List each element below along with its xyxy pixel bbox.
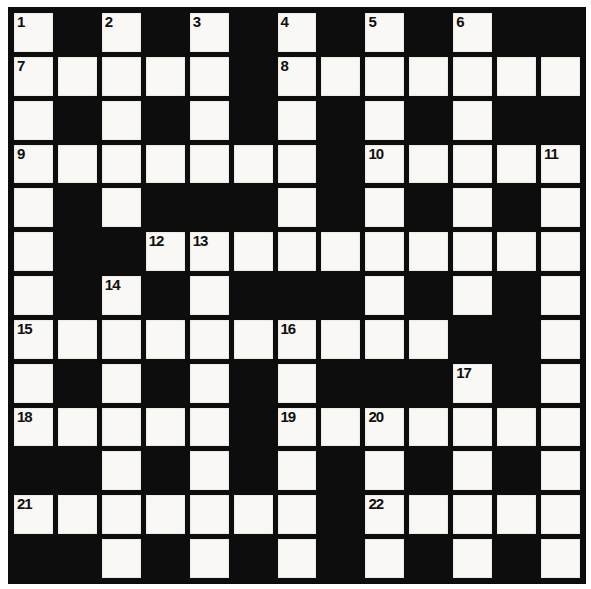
cell-r4c4-white[interactable]	[146, 145, 185, 184]
cell-r3c11-white[interactable]	[453, 101, 492, 140]
cell-r13c10-black	[409, 539, 448, 578]
cell-r8c6-white[interactable]	[234, 320, 273, 359]
cell-r4c6-white[interactable]	[234, 145, 273, 184]
clue-number-6: 6	[456, 13, 463, 31]
cell-r3c4-black	[146, 101, 185, 140]
cell-r10c3-white[interactable]	[102, 408, 141, 447]
cell-r6c4-white[interactable]: 12	[146, 232, 185, 271]
clue-number-9: 9	[17, 145, 24, 163]
cell-r5c12-black	[497, 188, 536, 227]
cell-r2c10-white[interactable]	[409, 57, 448, 96]
cell-r4c5-white[interactable]	[190, 145, 229, 184]
cell-r12c7-white[interactable]	[278, 495, 317, 534]
clue-number-8: 8	[281, 57, 288, 75]
cell-r7c3-white[interactable]: 14	[102, 276, 141, 315]
cell-r8c10-white[interactable]	[409, 320, 448, 359]
cell-r7c2-black	[58, 276, 97, 315]
cell-r3c3-white[interactable]	[102, 101, 141, 140]
cell-r11c7-white[interactable]	[278, 451, 317, 490]
crossword-scan: 12345678910111213141516171819202122	[0, 0, 591, 589]
cell-r5c2-black	[58, 188, 97, 227]
clue-number-21: 21	[17, 495, 32, 513]
cell-r6c10-white[interactable]	[409, 232, 448, 271]
cell-r8c8-white[interactable]	[321, 320, 360, 359]
cell-r9c12-black	[497, 364, 536, 403]
cell-r1c11-white[interactable]: 6	[453, 13, 492, 52]
clue-number-18: 18	[17, 408, 32, 426]
cell-r10c4-white[interactable]	[146, 408, 185, 447]
cell-r4c13-white[interactable]: 11	[541, 145, 580, 184]
cell-r13c9-white[interactable]	[365, 539, 404, 578]
cell-r1c10-black	[409, 13, 448, 52]
cell-r2c6-black	[234, 57, 273, 96]
cell-r12c9-white[interactable]: 22	[365, 495, 404, 534]
cell-r11c5-white[interactable]	[190, 451, 229, 490]
cell-r7c4-black	[146, 276, 185, 315]
cell-r9c3-white[interactable]	[102, 364, 141, 403]
cell-r12c2-white[interactable]	[58, 495, 97, 534]
cell-r4c1-white[interactable]: 9	[14, 145, 53, 184]
cell-r9c6-black	[234, 364, 273, 403]
cell-r11c11-white[interactable]	[453, 451, 492, 490]
cell-r2c13-white[interactable]	[541, 57, 580, 96]
cell-r12c6-white[interactable]	[234, 495, 273, 534]
cell-r4c2-white[interactable]	[58, 145, 97, 184]
cell-r8c2-white[interactable]	[58, 320, 97, 359]
cell-r12c12-white[interactable]	[497, 495, 536, 534]
cell-r6c11-white[interactable]	[453, 232, 492, 271]
cell-r2c8-white[interactable]	[321, 57, 360, 96]
cell-r3c2-black	[58, 101, 97, 140]
cell-r9c4-black	[146, 364, 185, 403]
cell-r13c3-white[interactable]	[102, 539, 141, 578]
cell-r13c7-white[interactable]	[278, 539, 317, 578]
cell-r7c12-black	[497, 276, 536, 315]
cell-r2c7-white[interactable]: 8	[278, 57, 317, 96]
clue-number-12: 12	[149, 232, 164, 250]
cell-r8c13-white[interactable]	[541, 320, 580, 359]
cell-r12c10-white[interactable]	[409, 495, 448, 534]
cell-r6c7-white[interactable]	[278, 232, 317, 271]
cell-r10c13-white[interactable]	[541, 408, 580, 447]
cell-r3c9-white[interactable]	[365, 101, 404, 140]
cell-r9c10-black	[409, 364, 448, 403]
cell-r10c2-white[interactable]	[58, 408, 97, 447]
cell-r11c13-white[interactable]	[541, 451, 580, 490]
cell-r10c10-white[interactable]	[409, 408, 448, 447]
cell-r1c13-black	[541, 13, 580, 52]
cell-r1c5-white[interactable]: 3	[190, 13, 229, 52]
cell-r7c6-black	[234, 276, 273, 315]
cell-r2c4-white[interactable]	[146, 57, 185, 96]
cell-r1c9-white[interactable]: 5	[365, 13, 404, 52]
clue-number-14: 14	[105, 276, 120, 294]
cell-r8c3-white[interactable]	[102, 320, 141, 359]
cell-r6c12-white[interactable]	[497, 232, 536, 271]
cell-r7c11-white[interactable]	[453, 276, 492, 315]
cell-r6c2-black	[58, 232, 97, 271]
cell-r3c13-black	[541, 101, 580, 140]
cell-r5c10-black	[409, 188, 448, 227]
clue-number-10: 10	[368, 145, 383, 163]
cell-r1c6-black	[234, 13, 273, 52]
cell-r13c2-black	[58, 539, 97, 578]
cell-r13c5-white[interactable]	[190, 539, 229, 578]
cell-r9c5-white[interactable]	[190, 364, 229, 403]
cell-r5c6-black	[234, 188, 273, 227]
cell-r8c12-black	[497, 320, 536, 359]
clue-number-4: 4	[281, 13, 288, 31]
clue-number-7: 7	[17, 57, 24, 75]
cell-r5c11-white[interactable]	[453, 188, 492, 227]
cell-r11c6-black	[234, 451, 273, 490]
cell-r10c8-white[interactable]	[321, 408, 360, 447]
cell-r11c1-black	[14, 451, 53, 490]
cell-r12c4-white[interactable]	[146, 495, 185, 534]
cell-r6c1-white[interactable]	[14, 232, 53, 271]
cell-r1c4-black	[146, 13, 185, 52]
cell-r3c8-black	[321, 101, 360, 140]
cell-r3c12-black	[497, 101, 536, 140]
cell-r5c13-white[interactable]	[541, 188, 580, 227]
cell-r11c2-black	[58, 451, 97, 490]
cell-r6c6-white[interactable]	[234, 232, 273, 271]
cell-r13c4-black	[146, 539, 185, 578]
cell-r10c7-white[interactable]: 19	[278, 408, 317, 447]
cell-r11c9-white[interactable]	[365, 451, 404, 490]
cell-r8c7-white[interactable]: 16	[278, 320, 317, 359]
cell-r8c9-white[interactable]	[365, 320, 404, 359]
clue-number-19: 19	[281, 408, 296, 426]
cell-r7c1-white[interactable]	[14, 276, 53, 315]
cell-r1c8-black	[321, 13, 360, 52]
cell-r13c6-black	[234, 539, 273, 578]
cell-r1c3-white[interactable]: 2	[102, 13, 141, 52]
clue-number-22: 22	[368, 495, 383, 513]
cell-r1c1-white[interactable]: 1	[14, 13, 53, 52]
cell-r7c9-white[interactable]	[365, 276, 404, 315]
cell-r5c8-black	[321, 188, 360, 227]
cell-r7c5-white[interactable]	[190, 276, 229, 315]
cell-r2c9-white[interactable]	[365, 57, 404, 96]
cell-r12c3-white[interactable]	[102, 495, 141, 534]
cell-r13c8-black	[321, 539, 360, 578]
cell-r10c12-white[interactable]	[497, 408, 536, 447]
cell-r3c7-white[interactable]	[278, 101, 317, 140]
cell-r10c6-black	[234, 408, 273, 447]
cell-r12c11-white[interactable]	[453, 495, 492, 534]
cell-r4c7-white[interactable]	[278, 145, 317, 184]
cell-r8c4-white[interactable]	[146, 320, 185, 359]
cell-r5c7-white[interactable]	[278, 188, 317, 227]
clue-number-2: 2	[105, 13, 112, 31]
cell-r1c12-black	[497, 13, 536, 52]
cell-r2c1-white[interactable]: 7	[14, 57, 53, 96]
cell-r9c9-black	[365, 364, 404, 403]
clue-number-16: 16	[281, 320, 296, 338]
cell-r11c10-black	[409, 451, 448, 490]
cell-r4c9-white[interactable]: 10	[365, 145, 404, 184]
cell-r4c10-white[interactable]	[409, 145, 448, 184]
clue-number-13: 13	[193, 232, 208, 250]
cell-r13c12-black	[497, 539, 536, 578]
cell-r10c9-white[interactable]: 20	[365, 408, 404, 447]
cell-r8c11-black	[453, 320, 492, 359]
cell-r7c10-black	[409, 276, 448, 315]
cell-r12c13-white[interactable]	[541, 495, 580, 534]
cell-r5c1-white[interactable]	[14, 188, 53, 227]
cell-r9c2-black	[58, 364, 97, 403]
cell-r12c1-white[interactable]: 21	[14, 495, 53, 534]
cell-r10c11-white[interactable]	[453, 408, 492, 447]
cell-r2c2-white[interactable]	[58, 57, 97, 96]
crossword-grid: 12345678910111213141516171819202122	[8, 7, 586, 584]
cell-r13c11-white[interactable]	[453, 539, 492, 578]
cell-r5c5-black	[190, 188, 229, 227]
cell-r1c7-white[interactable]: 4	[278, 13, 317, 52]
cell-r10c5-white[interactable]	[190, 408, 229, 447]
cell-r6c8-white[interactable]	[321, 232, 360, 271]
cell-r7c7-black	[278, 276, 317, 315]
cell-r1c2-black	[58, 13, 97, 52]
cell-r12c8-black	[321, 495, 360, 534]
cell-r9c1-white[interactable]	[14, 364, 53, 403]
cell-r11c8-black	[321, 451, 360, 490]
cell-r5c9-white[interactable]	[365, 188, 404, 227]
cell-r8c1-white[interactable]: 15	[14, 320, 53, 359]
clue-number-15: 15	[17, 320, 32, 338]
cell-r2c3-white[interactable]	[102, 57, 141, 96]
clue-number-20: 20	[368, 408, 383, 426]
cell-r9c13-white[interactable]	[541, 364, 580, 403]
clue-number-11: 11	[544, 145, 558, 163]
clue-number-1: 1	[17, 13, 24, 31]
cell-r11c3-white[interactable]	[102, 451, 141, 490]
clue-number-17: 17	[456, 364, 471, 382]
cell-r2c11-white[interactable]	[453, 57, 492, 96]
cell-r3c10-black	[409, 101, 448, 140]
cell-r9c7-white[interactable]	[278, 364, 317, 403]
cell-r3c5-white[interactable]	[190, 101, 229, 140]
cell-r13c1-black	[14, 539, 53, 578]
clue-number-3: 3	[193, 13, 200, 31]
cell-r6c5-white[interactable]: 13	[190, 232, 229, 271]
cell-r4c3-white[interactable]	[102, 145, 141, 184]
cell-r2c5-white[interactable]	[190, 57, 229, 96]
cell-r11c12-black	[497, 451, 536, 490]
cell-r13c13-white[interactable]	[541, 539, 580, 578]
cell-r4c12-white[interactable]	[497, 145, 536, 184]
cell-r7c8-black	[321, 276, 360, 315]
cell-r12c5-white[interactable]	[190, 495, 229, 534]
cell-r4c8-black	[321, 145, 360, 184]
cell-r5c4-black	[146, 188, 185, 227]
cell-r8c5-white[interactable]	[190, 320, 229, 359]
cell-r3c6-black	[234, 101, 273, 140]
cell-r3c1-white[interactable]	[14, 101, 53, 140]
cell-r2c12-white[interactable]	[497, 57, 536, 96]
clue-number-5: 5	[368, 13, 375, 31]
cell-r9c8-black	[321, 364, 360, 403]
cell-r6c13-white[interactable]	[541, 232, 580, 271]
cell-r7c13-white[interactable]	[541, 276, 580, 315]
cell-r6c9-white[interactable]	[365, 232, 404, 271]
cell-r4c11-white[interactable]	[453, 145, 492, 184]
cell-r11c4-black	[146, 451, 185, 490]
cell-r9c11-white[interactable]: 17	[453, 364, 492, 403]
cell-r5c3-white[interactable]	[102, 188, 141, 227]
cell-r6c3-black	[102, 232, 141, 271]
cell-r10c1-white[interactable]: 18	[14, 408, 53, 447]
